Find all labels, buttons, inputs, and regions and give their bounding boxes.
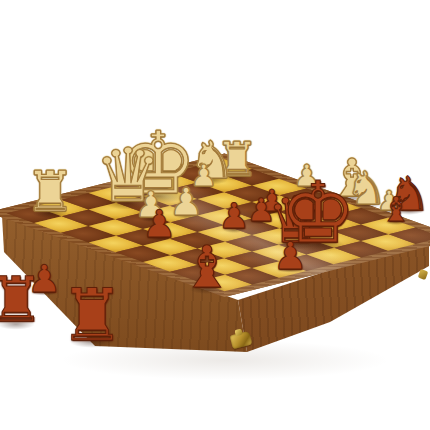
piece-white-rook-a1[interactable]: ♜ [25,164,75,220]
piece-red-pawn-d4[interactable]: ♟ [218,199,249,234]
photo-scene: ♜♛♚♞♜♟♟♟♟♝♞♟♟♟♟♟♛♚♝♝♟♞♜♟♜ [0,0,430,430]
captured-piece-red-rook[interactable]: ♜ [60,279,125,351]
piece-red-pawn-b4[interactable]: ♟ [142,205,176,243]
piece-red-pawn-c7[interactable]: ♟ [273,237,307,275]
piece-red-bishop-a7[interactable]: ♝ [181,238,233,296]
captured-piece-red-rook[interactable]: ♜ [0,269,44,331]
brass-hinge [418,269,429,280]
piece-red-bishop-g6[interactable]: ♝ [381,192,411,226]
